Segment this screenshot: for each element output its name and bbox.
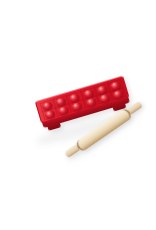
product-photo <box>0 0 156 230</box>
